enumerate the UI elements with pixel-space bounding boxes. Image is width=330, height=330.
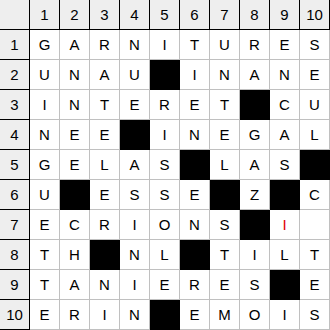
cell-r7c3[interactable]: R: [90, 210, 120, 240]
block-cell-r8c6: [180, 240, 210, 270]
col-header-3: 3: [90, 0, 120, 30]
row-header-3: 3: [0, 90, 30, 120]
corner-cell: [0, 0, 30, 30]
cell-r1c5[interactable]: I: [150, 30, 180, 60]
block-cell-r6c2: [60, 180, 90, 210]
cell-r9c5[interactable]: E: [150, 270, 180, 300]
cell-r7c9[interactable]: I: [270, 210, 300, 240]
cell-r2c3[interactable]: A: [90, 60, 120, 90]
cell-r5c2[interactable]: E: [60, 150, 90, 180]
cell-r4c2[interactable]: E: [60, 120, 90, 150]
cell-r8c2[interactable]: H: [60, 240, 90, 270]
cell-r2c2[interactable]: N: [60, 60, 90, 90]
cell-r3c5[interactable]: R: [150, 90, 180, 120]
cell-r8c8[interactable]: I: [240, 240, 270, 270]
block-cell-r2c5: [150, 60, 180, 90]
cell-r3c7[interactable]: T: [210, 90, 240, 120]
cell-r10c1[interactable]: E: [30, 300, 60, 330]
cell-r4c7[interactable]: E: [210, 120, 240, 150]
cell-r1c6[interactable]: T: [180, 30, 210, 60]
cell-r1c3[interactable]: R: [90, 30, 120, 60]
cell-r10c10[interactable]: S: [300, 300, 330, 330]
col-header-8: 8: [240, 0, 270, 30]
cell-r10c9[interactable]: I: [270, 300, 300, 330]
col-header-4: 4: [120, 0, 150, 30]
row-header-5: 5: [0, 150, 30, 180]
cell-r6c8[interactable]: Z: [240, 180, 270, 210]
cell-r2c4[interactable]: U: [120, 60, 150, 90]
cell-r6c1[interactable]: U: [30, 180, 60, 210]
block-cell-r6c7: [210, 180, 240, 210]
cell-r1c8[interactable]: R: [240, 30, 270, 60]
cell-r5c5[interactable]: S: [150, 150, 180, 180]
row-header-8: 8: [0, 240, 30, 270]
col-header-1: 1: [30, 0, 60, 30]
cell-r1c9[interactable]: E: [270, 30, 300, 60]
cell-r3c4[interactable]: E: [120, 90, 150, 120]
cell-r9c10[interactable]: E: [300, 270, 330, 300]
block-cell-r4c4: [120, 120, 150, 150]
cell-r7c10[interactable]: [300, 210, 330, 240]
cell-r6c3[interactable]: E: [90, 180, 120, 210]
col-header-10: 10: [300, 0, 330, 30]
cell-r1c2[interactable]: A: [60, 30, 90, 60]
cell-r6c6[interactable]: E: [180, 180, 210, 210]
cell-r7c2[interactable]: C: [60, 210, 90, 240]
block-cell-r7c8: [240, 210, 270, 240]
block-cell-r9c9: [270, 270, 300, 300]
cell-r7c5[interactable]: O: [150, 210, 180, 240]
cell-r7c7[interactable]: S: [210, 210, 240, 240]
cell-r8c10[interactable]: T: [300, 240, 330, 270]
cell-r1c7[interactable]: U: [210, 30, 240, 60]
cell-r10c8[interactable]: O: [240, 300, 270, 330]
cell-r8c5[interactable]: L: [150, 240, 180, 270]
cell-r3c3[interactable]: T: [90, 90, 120, 120]
cell-r9c7[interactable]: E: [210, 270, 240, 300]
block-cell-r10c5: [150, 300, 180, 330]
block-cell-r3c8: [240, 90, 270, 120]
row-header-7: 7: [0, 210, 30, 240]
row-header-2: 2: [0, 60, 30, 90]
cell-r3c1[interactable]: I: [30, 90, 60, 120]
cell-r5c8[interactable]: A: [240, 150, 270, 180]
cell-r9c6[interactable]: R: [180, 270, 210, 300]
cell-r8c9[interactable]: L: [270, 240, 300, 270]
cell-r5c4[interactable]: A: [120, 150, 150, 180]
cell-r2c9[interactable]: N: [270, 60, 300, 90]
cell-r1c4[interactable]: N: [120, 30, 150, 60]
cell-r10c3[interactable]: I: [90, 300, 120, 330]
cell-r8c4[interactable]: N: [120, 240, 150, 270]
cell-r2c1[interactable]: U: [30, 60, 60, 90]
cell-r4c3[interactable]: E: [90, 120, 120, 150]
cell-r9c4[interactable]: I: [120, 270, 150, 300]
row-header-4: 4: [0, 120, 30, 150]
cell-r10c6[interactable]: E: [180, 300, 210, 330]
cell-r6c5[interactable]: S: [150, 180, 180, 210]
cell-r2c6[interactable]: I: [180, 60, 210, 90]
row-header-9: 9: [0, 270, 30, 300]
col-header-2: 2: [60, 0, 90, 30]
cell-r9c8[interactable]: S: [240, 270, 270, 300]
cell-r2c10[interactable]: E: [300, 60, 330, 90]
cell-r7c6[interactable]: N: [180, 210, 210, 240]
row-header-1: 1: [0, 30, 30, 60]
cell-r1c10[interactable]: S: [300, 30, 330, 60]
cell-r8c1[interactable]: T: [30, 240, 60, 270]
cell-r10c4[interactable]: N: [120, 300, 150, 330]
cell-r5c3[interactable]: L: [90, 150, 120, 180]
block-cell-r8c3: [90, 240, 120, 270]
row-header-6: 6: [0, 180, 30, 210]
cell-r4c6[interactable]: N: [180, 120, 210, 150]
block-cell-r5c10: [300, 150, 330, 180]
cell-r4c5[interactable]: I: [150, 120, 180, 150]
row-header-10: 10: [0, 300, 30, 330]
cell-r3c2[interactable]: N: [60, 90, 90, 120]
cell-r4c1[interactable]: N: [30, 120, 60, 150]
cell-r10c7[interactable]: M: [210, 300, 240, 330]
col-header-9: 9: [270, 0, 300, 30]
col-header-6: 6: [180, 0, 210, 30]
cell-r7c1[interactable]: E: [30, 210, 60, 240]
col-header-7: 7: [210, 0, 240, 30]
col-header-5: 5: [150, 0, 180, 30]
block-cell-r6c9: [270, 180, 300, 210]
cell-r3c6[interactable]: E: [180, 90, 210, 120]
cell-r9c1[interactable]: T: [30, 270, 60, 300]
cell-r10c2[interactable]: R: [60, 300, 90, 330]
cell-r4c8[interactable]: G: [240, 120, 270, 150]
block-cell-r5c6: [180, 150, 210, 180]
cell-r3c10[interactable]: U: [300, 90, 330, 120]
cell-r2c8[interactable]: A: [240, 60, 270, 90]
cell-r2c7[interactable]: N: [210, 60, 240, 90]
cell-r9c3[interactable]: N: [90, 270, 120, 300]
cell-r9c2[interactable]: A: [60, 270, 90, 300]
cell-r8c7[interactable]: T: [210, 240, 240, 270]
cell-r6c4[interactable]: S: [120, 180, 150, 210]
cell-r5c9[interactable]: S: [270, 150, 300, 180]
cell-r3c9[interactable]: C: [270, 90, 300, 120]
crossword-board: 123456789101GARNITURES2UNAUINANE3INTERET…: [0, 0, 330, 330]
cell-r4c9[interactable]: A: [270, 120, 300, 150]
cell-r6c10[interactable]: C: [300, 180, 330, 210]
cell-r5c7[interactable]: L: [210, 150, 240, 180]
cell-r7c4[interactable]: I: [120, 210, 150, 240]
cell-r4c10[interactable]: L: [300, 120, 330, 150]
cell-r5c1[interactable]: G: [30, 150, 60, 180]
cell-r1c1[interactable]: G: [30, 30, 60, 60]
